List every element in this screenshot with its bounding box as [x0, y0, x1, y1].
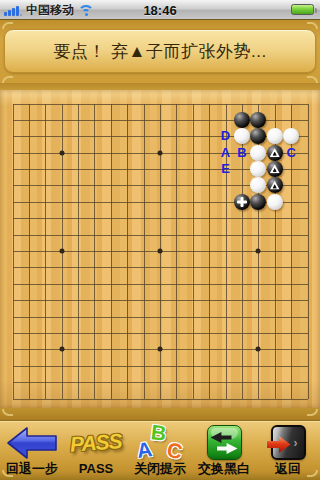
- star-point: [256, 347, 261, 352]
- swap-colors-button[interactable]: 交换黑白: [192, 421, 256, 480]
- board-label-A[interactable]: A: [221, 145, 230, 160]
- banner-strip: 要点！ 弃▲子而扩张外势...: [0, 20, 320, 83]
- stone-white: [250, 145, 266, 161]
- star-point: [158, 347, 163, 352]
- grid-line: [193, 104, 194, 399]
- close-hint-button[interactable]: A B C 关闭提示: [128, 421, 192, 480]
- stone-white: [267, 194, 283, 210]
- stone-black: [234, 194, 250, 210]
- pass-text-icon: PASS: [70, 424, 122, 461]
- board-frame-top: [0, 83, 320, 90]
- star-point: [59, 347, 64, 352]
- star-point: [158, 150, 163, 155]
- grid-line: [13, 399, 308, 400]
- star-point: [59, 249, 64, 254]
- board-label-D[interactable]: D: [221, 128, 230, 143]
- stone-white: [267, 128, 283, 144]
- stone-white: [250, 177, 266, 193]
- stone-black: [267, 145, 283, 161]
- grid-line: [13, 333, 308, 334]
- toolbar: 回退一步 PASS PASS A B C 关闭提示 交换黑白: [0, 420, 320, 480]
- grid-line: [176, 104, 177, 399]
- undo-arrow-icon: [6, 424, 58, 461]
- board-label-B[interactable]: B: [237, 145, 246, 160]
- swap-black-white-icon: [207, 424, 242, 461]
- clock-label: 18:46: [0, 0, 320, 20]
- battery-icon: [291, 4, 314, 15]
- pass-button[interactable]: PASS PASS: [64, 421, 128, 480]
- grid-line: [209, 104, 210, 399]
- stone-black: [234, 112, 250, 128]
- stone-white: [234, 128, 250, 144]
- go-board[interactable]: DABCE: [0, 90, 320, 408]
- star-point: [59, 150, 64, 155]
- grid-line: [13, 300, 308, 301]
- triangle-mark: [267, 177, 283, 193]
- board-label-E[interactable]: E: [221, 161, 230, 176]
- cross-mark: [234, 194, 250, 210]
- app-screen: 中国移动 18:46 要点！ 弃▲子而扩张外势... DABCE: [0, 0, 320, 480]
- hint-banner: 要点！ 弃▲子而扩张外势...: [4, 29, 316, 73]
- triangle-mark: [267, 145, 283, 161]
- grid-line: [13, 284, 308, 285]
- swap-colors-button-label: 交换黑白: [198, 461, 250, 476]
- grid-line: [13, 267, 308, 268]
- board-frame-bottom: [0, 408, 320, 420]
- stone-black: [267, 161, 283, 177]
- grid-line: [13, 382, 308, 383]
- stone-black: [250, 194, 266, 210]
- corner-ornament: [2, 76, 13, 83]
- star-point: [158, 249, 163, 254]
- triangle-mark: [267, 161, 283, 177]
- grid-line: [13, 366, 308, 367]
- return-door-icon: ›: [271, 424, 306, 461]
- return-button-label: 返回: [275, 461, 301, 476]
- abc-letters-icon: A B C: [136, 424, 184, 461]
- stone-white: [250, 161, 266, 177]
- corner-ornament: [2, 22, 13, 29]
- stone-black: [250, 128, 266, 144]
- grid-line: [308, 104, 309, 399]
- stone-black: [267, 177, 283, 193]
- pass-button-label: PASS: [79, 461, 113, 476]
- board-grid: DABCE: [13, 104, 308, 399]
- stone-white: [283, 128, 299, 144]
- star-point: [256, 249, 261, 254]
- status-bar: 中国移动 18:46: [0, 0, 320, 20]
- board-label-C[interactable]: C: [286, 145, 295, 160]
- undo-button-label: 回退一步: [6, 461, 58, 476]
- grid-line: [13, 317, 308, 318]
- stone-black: [250, 112, 266, 128]
